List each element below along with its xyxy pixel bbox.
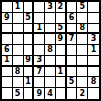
cell-r6c1: 1 (2, 56, 13, 67)
cell-r3c4: 1 (34, 24, 45, 35)
cell-r4c9: 3 (88, 34, 99, 45)
cell-r1c2: 1 (13, 2, 24, 13)
cell-r1c1[interactable] (2, 2, 13, 13)
cell-r8c9: 8 (88, 77, 99, 88)
cell-r5c2[interactable] (13, 45, 24, 56)
cell-r4c3[interactable] (24, 34, 35, 45)
cell-r3c9[interactable] (88, 24, 99, 35)
cell-r8c3: 1 (24, 77, 35, 88)
cell-r3c2[interactable] (13, 24, 24, 35)
cell-r8c5[interactable] (45, 77, 56, 88)
cell-r3c1[interactable] (2, 24, 13, 35)
cell-r8c1[interactable] (2, 77, 13, 88)
cell-r6c2[interactable] (13, 56, 24, 67)
cell-r2c9[interactable] (88, 13, 99, 24)
cell-r7c8[interactable] (77, 67, 88, 78)
cell-r4c6: 9 (56, 34, 67, 45)
cell-r1c6: 2 (56, 2, 67, 13)
cell-r2c5[interactable] (45, 13, 56, 24)
cell-r7c9[interactable] (88, 67, 99, 78)
cell-r4c7: 7 (67, 34, 78, 45)
cell-r1c8: 5 (77, 2, 88, 13)
cell-r5c7[interactable] (67, 45, 78, 56)
cell-r3c5[interactable] (45, 24, 56, 35)
cell-r1c5: 3 (45, 2, 56, 13)
cell-r4c1[interactable] (2, 34, 13, 45)
cell-r7c3[interactable] (24, 67, 35, 78)
cell-r6c7[interactable] (67, 56, 78, 67)
cell-r4c4[interactable] (34, 34, 45, 45)
cell-r9c9[interactable] (88, 88, 99, 99)
cell-r7c7[interactable] (67, 67, 78, 78)
cell-r4c5[interactable] (45, 34, 56, 45)
cell-r9c7[interactable] (67, 88, 78, 99)
cell-r1c4[interactable] (34, 2, 45, 13)
cell-r7c2: 8 (13, 67, 24, 78)
cell-r9c2: 5 (13, 88, 24, 99)
cell-r2c2[interactable] (13, 13, 24, 24)
cell-r5c6[interactable] (56, 45, 67, 56)
cell-r6c8[interactable] (77, 56, 88, 67)
cell-r7c1[interactable] (2, 67, 13, 78)
cell-r1c9[interactable] (88, 2, 99, 13)
cell-r6c9[interactable] (88, 56, 99, 67)
cell-r2c7: 6 (67, 13, 78, 24)
cell-r3c3[interactable] (24, 24, 35, 35)
cell-r9c5: 4 (45, 88, 56, 99)
cell-r2c1: 9 (2, 13, 13, 24)
cell-r6c4: 3 (34, 56, 45, 67)
cell-r9c3[interactable] (24, 88, 35, 99)
cell-r2c3: 5 (24, 13, 35, 24)
cell-r1c7[interactable] (67, 2, 78, 13)
cell-r8c4[interactable] (34, 77, 45, 88)
cell-r3c7[interactable] (67, 24, 78, 35)
cell-r5c8[interactable] (77, 45, 88, 56)
cell-r5c3[interactable] (24, 45, 35, 56)
cell-r5c9: 1 (88, 45, 99, 56)
cell-r8c6[interactable] (56, 77, 67, 88)
cell-r2c6[interactable] (56, 13, 67, 24)
cell-r8c8[interactable] (77, 77, 88, 88)
cell-r9c1[interactable] (2, 88, 13, 99)
cell-r9c4: 9 (34, 88, 45, 99)
sudoku-board: 13259561589736811938711585942 (0, 0, 101, 101)
cell-r3c8: 8 (77, 24, 88, 35)
cell-r6c3: 9 (24, 56, 35, 67)
cell-r8c7: 5 (67, 77, 78, 88)
cell-r7c5[interactable] (45, 67, 56, 78)
cell-r7c6: 1 (56, 67, 67, 78)
cell-r6c5[interactable] (45, 56, 56, 67)
cell-r5c5: 8 (45, 45, 56, 56)
cell-r1c3[interactable] (24, 2, 35, 13)
cell-r7c4: 7 (34, 67, 45, 78)
cell-r5c4[interactable] (34, 45, 45, 56)
cell-r3c6: 5 (56, 24, 67, 35)
cell-r5c1: 6 (2, 45, 13, 56)
cell-r8c2[interactable] (13, 77, 24, 88)
cell-r9c8: 2 (77, 88, 88, 99)
cell-r2c4[interactable] (34, 13, 45, 24)
cell-r4c8[interactable] (77, 34, 88, 45)
cell-r4c2[interactable] (13, 34, 24, 45)
cell-r2c8[interactable] (77, 13, 88, 24)
cell-r6c6[interactable] (56, 56, 67, 67)
cell-r9c6[interactable] (56, 88, 67, 99)
